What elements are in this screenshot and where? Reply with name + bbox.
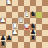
chess-board: ♞♝♞♟♛♜♚♞♟♟♟♟♜♜ bbox=[0, 0, 48, 48]
square-h1[interactable] bbox=[42, 42, 48, 48]
